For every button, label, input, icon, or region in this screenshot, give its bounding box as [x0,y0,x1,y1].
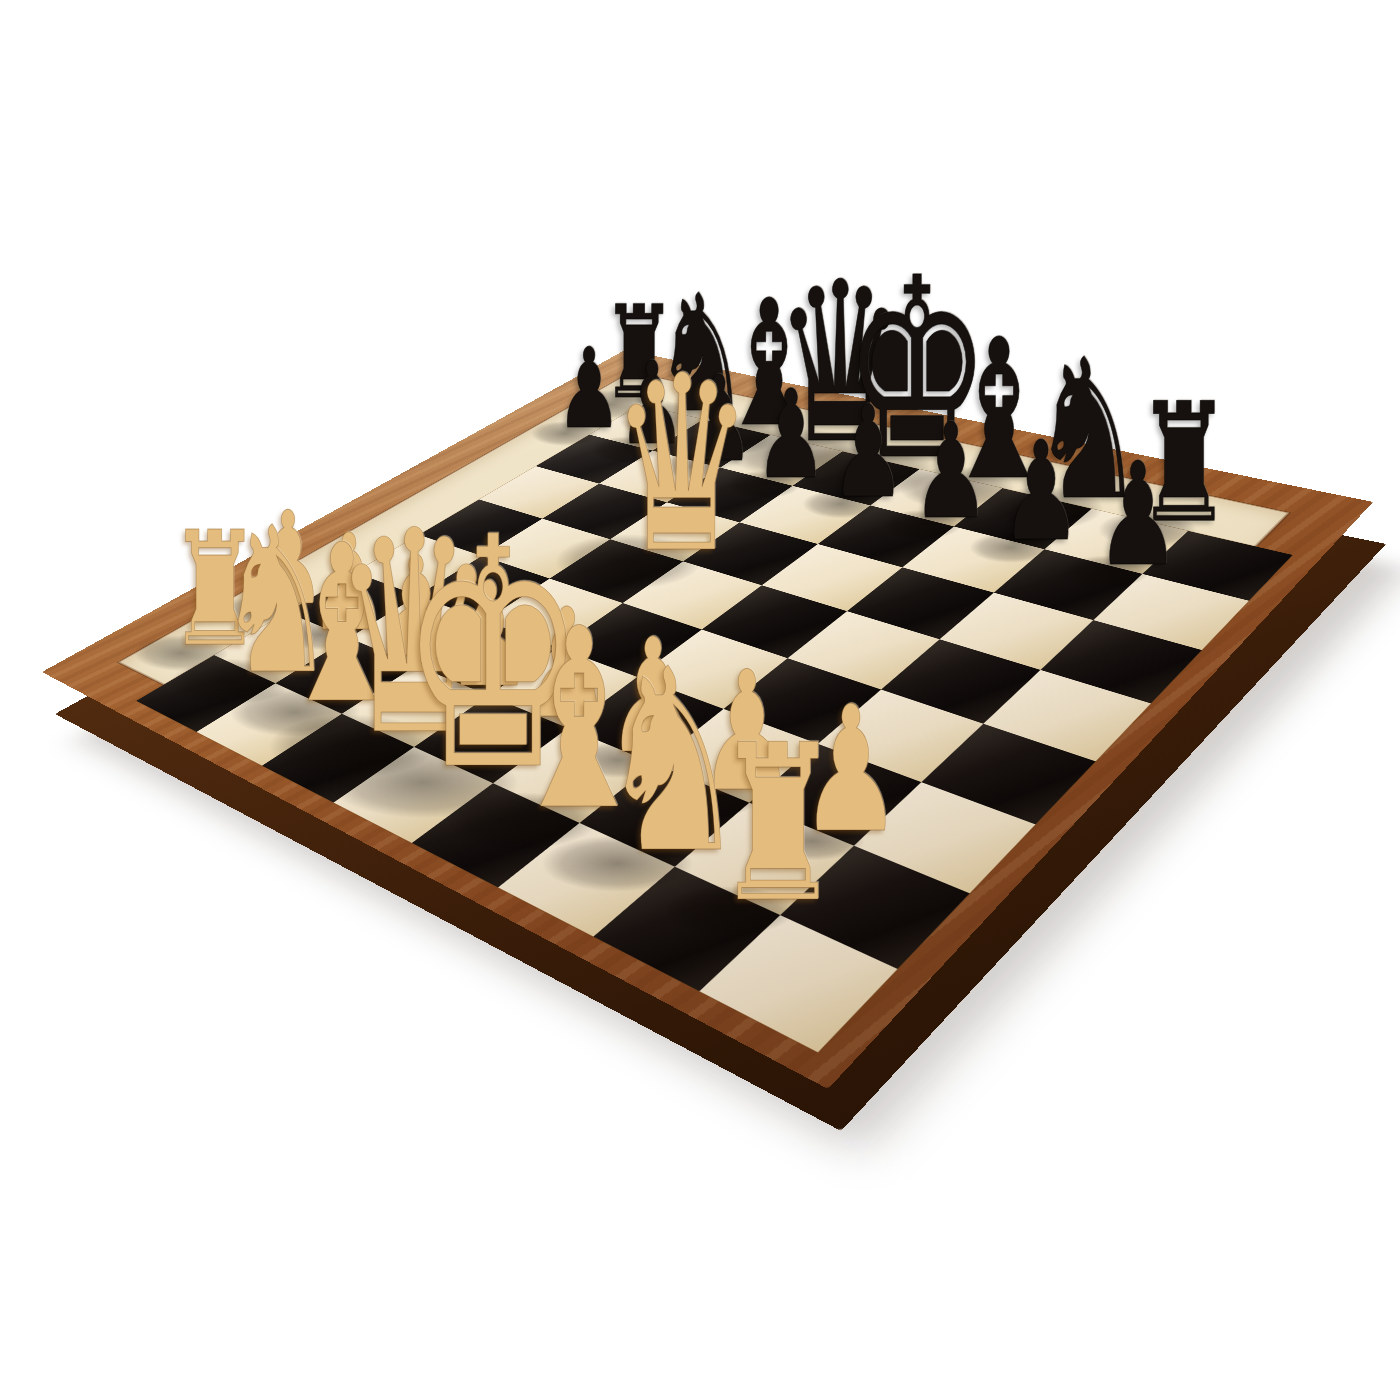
board-grid [136,405,1292,1052]
board-inlay-margin [118,372,1290,1003]
photo-stage: ♜♞♝♛♚♝♞♜♟♟♟♟♟♟♟♟♛♟♟♟♟♟♟♟♟♜♞♝♛♚♝♞♜ [0,0,1400,1400]
